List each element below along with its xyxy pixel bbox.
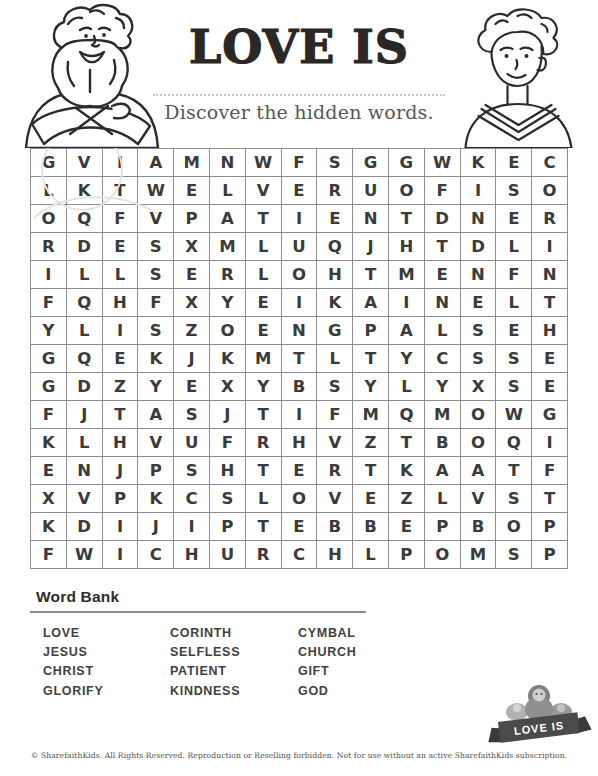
grid-cell[interactable]: R [246,429,281,456]
grid-cell[interactable]: E [389,513,424,540]
grid-cell[interactable]: Q [496,429,531,456]
grid-cell[interactable]: E [496,317,531,344]
grid-cell[interactable]: S [496,345,531,372]
grid-cell[interactable]: S [496,541,531,568]
word-bank-column: CYMBALCHURCHGIFTGOD [298,624,425,701]
grid-cell[interactable]: D [67,373,102,400]
grid-cell[interactable]: P [389,541,424,568]
grid-cell[interactable]: P [174,205,209,232]
grid-cell[interactable]: Y [389,345,424,372]
subtitle: Discover the hidden words. [0,101,598,123]
grid-cell[interactable]: M [389,261,424,288]
grid-cell[interactable]: H [174,541,209,568]
word-bank-item: GIFT [298,662,425,681]
grid-cell[interactable]: L [67,261,102,288]
grid-cell[interactable]: G [353,149,388,176]
grid-cell[interactable]: T [282,345,317,372]
grid-cell[interactable]: E [532,373,567,400]
grid-cell[interactable]: L [67,429,102,456]
grid-cell[interactable]: E [282,457,317,484]
grid-cell[interactable]: K [210,345,245,372]
grid-cell[interactable]: U [210,541,245,568]
grid-cell[interactable]: E [496,205,531,232]
grid-cell[interactable]: L [246,261,281,288]
grid-cell[interactable]: S [210,485,245,512]
grid-cell[interactable]: J [210,401,245,428]
grid-cell[interactable]: F [496,261,531,288]
grid-cell[interactable]: F [425,177,460,204]
grid-cell[interactable]: O [461,401,496,428]
word-bank-item: CHURCH [298,643,425,662]
grid-cell[interactable]: W [246,149,281,176]
grid-cell[interactable]: I [532,233,567,260]
grid-cell[interactable]: Z [353,429,388,456]
grid-cell[interactable]: S [138,261,173,288]
grid-cell[interactable]: T [425,233,460,260]
word-bank-columns: LOVEJESUSCHRISTGLORIFYCORINTHSELFLESSPAT… [43,624,425,701]
grid-cell[interactable]: F [282,149,317,176]
word-bank-item: JESUS [43,643,170,662]
grid-cell[interactable]: W [496,401,531,428]
grid-cell[interactable]: T [389,429,424,456]
grid-cell[interactable]: K [31,513,66,540]
grid-cell[interactable]: J [174,345,209,372]
grid-cell[interactable]: F [31,541,66,568]
grid-cell[interactable]: S [174,457,209,484]
grid-cell[interactable]: H [317,261,352,288]
grid-cell[interactable]: I [389,289,424,316]
word-bank-column: LOVEJESUSCHRISTGLORIFY [43,624,170,701]
grid-cell[interactable]: E [174,373,209,400]
grid-cell[interactable]: C [532,149,567,176]
grid-cell[interactable]: T [353,457,388,484]
grid-cell[interactable]: C [282,541,317,568]
grid-cell[interactable]: I [103,149,138,176]
grid-cell[interactable]: P [353,317,388,344]
grid-cell[interactable]: N [282,317,317,344]
grid-cell[interactable]: Y [425,373,460,400]
grid-cell[interactable]: O [496,513,531,540]
grid-cell[interactable]: V [246,177,281,204]
grid-cell[interactable]: Q [389,401,424,428]
grid-cell[interactable]: N [67,457,102,484]
grid-cell[interactable]: G [317,317,352,344]
grid-cell[interactable]: H [103,429,138,456]
grid-cell[interactable]: I [103,317,138,344]
grid-cell[interactable]: U [353,177,388,204]
grid-cell[interactable]: Z [174,317,209,344]
grid-cell[interactable]: F [317,401,352,428]
grid-cell[interactable]: O [389,177,424,204]
word-bank-column: CORINTHSELFLESSPATIENTKINDNESS [170,624,298,701]
grid-cell[interactable]: G [31,373,66,400]
grid-cell[interactable]: L [246,233,281,260]
grid-cell[interactable]: P [103,485,138,512]
grid-cell[interactable]: T [246,401,281,428]
grid-cell[interactable]: I [31,261,66,288]
grid-cell[interactable]: L [210,177,245,204]
grid-cell[interactable]: J [67,401,102,428]
grid-cell[interactable]: E [282,177,317,204]
grid-cell[interactable]: R [210,261,245,288]
grid-cell[interactable]: E [174,177,209,204]
grid-cell[interactable]: T [353,261,388,288]
grid-cell[interactable]: V [461,485,496,512]
grid-cell[interactable]: E [425,261,460,288]
grid-cell[interactable]: L [389,373,424,400]
grid-cell[interactable]: M [174,149,209,176]
word-bank-item: KINDNESS [170,682,298,701]
grid-cell[interactable]: I [103,541,138,568]
grid-cell[interactable]: B [282,373,317,400]
word-bank-item: LOVE [43,624,170,643]
grid-cell[interactable]: X [174,289,209,316]
grid-cell[interactable]: E [353,485,388,512]
word-search-grid: GVIAMNWFSGGWKECLKTWELVERUOFISOOQFVPATIEN… [30,148,568,569]
grid-cell[interactable]: T [246,205,281,232]
grid-cell[interactable]: S [317,373,352,400]
grid-cell[interactable]: L [246,485,281,512]
word-bank-item: CORINTH [170,624,298,643]
grid-cell[interactable]: Z [103,373,138,400]
word-bank-item: SELFLESS [170,643,298,662]
grid-cell[interactable]: T [246,513,281,540]
grid-cell[interactable]: L [31,177,66,204]
grid-cell[interactable]: S [496,177,531,204]
grid-cell[interactable]: R [532,205,567,232]
grid-cell[interactable]: I [461,177,496,204]
grid-cell[interactable]: T [246,457,281,484]
grid-cell[interactable]: N [353,205,388,232]
grid-cell[interactable]: P [532,541,567,568]
grid-cell[interactable]: I [282,289,317,316]
grid-cell[interactable]: C [138,541,173,568]
grid-cell[interactable]: M [246,345,281,372]
grid-cell[interactable]: V [317,485,352,512]
grid-cell[interactable]: B [317,513,352,540]
grid-cell[interactable]: F [532,457,567,484]
grid-cell[interactable]: S [496,373,531,400]
grid-cell[interactable]: F [31,401,66,428]
grid-cell[interactable]: T [532,289,567,316]
grid-cell[interactable]: L [425,485,460,512]
grid-cell[interactable]: K [138,345,173,372]
grid-cell[interactable]: T [496,457,531,484]
grid-cell[interactable]: A [210,205,245,232]
grid-cell[interactable]: H [317,541,352,568]
grid-cell[interactable]: I [282,205,317,232]
grid-cell[interactable]: F [210,429,245,456]
grid-cell[interactable]: L [496,233,531,260]
grid-cell[interactable]: Y [31,317,66,344]
word-bank-heading: Word Bank [36,588,119,606]
grid-cell[interactable]: N [210,149,245,176]
grid-cell[interactable]: O [425,541,460,568]
grid-cell[interactable]: H [282,429,317,456]
grid-cell[interactable]: A [389,317,424,344]
grid-cell[interactable]: E [103,233,138,260]
grid-cell[interactable]: B [461,513,496,540]
grid-cell[interactable]: G [389,149,424,176]
grid-cell[interactable]: R [317,177,352,204]
grid-cell[interactable]: P [532,513,567,540]
grid-cell[interactable]: Y [138,373,173,400]
grid-cell[interactable]: E [103,345,138,372]
grid-cell[interactable]: D [425,205,460,232]
grid-cell[interactable]: C [425,345,460,372]
grid-cell[interactable]: F [138,289,173,316]
grid-cell[interactable]: G [532,401,567,428]
grid-cell[interactable]: S [496,485,531,512]
grid-cell[interactable]: A [461,457,496,484]
grid-cell[interactable]: L [317,345,352,372]
grid-cell[interactable]: G [31,149,66,176]
grid-cell[interactable]: K [317,289,352,316]
grid-cell[interactable]: V [67,485,102,512]
grid-cell[interactable]: J [353,233,388,260]
grid-cell[interactable]: Q [67,289,102,316]
grid-cell[interactable]: H [103,289,138,316]
grid-cell[interactable]: T [532,485,567,512]
grid-cell[interactable]: E [246,317,281,344]
word-bank-divider [30,611,366,613]
grid-cell[interactable]: I [174,513,209,540]
grid-cell[interactable]: Q [67,205,102,232]
word-bank-item: CYMBAL [298,624,425,643]
grid-cell[interactable]: E [246,289,281,316]
grid-cell[interactable]: I [103,513,138,540]
grid-cell[interactable]: A [138,149,173,176]
grid-cell[interactable]: N [425,289,460,316]
grid-cell[interactable]: C [174,485,209,512]
grid-cell[interactable]: K [389,457,424,484]
grid-cell[interactable]: R [246,541,281,568]
grid-cell[interactable]: M [210,233,245,260]
grid-cell[interactable]: P [138,457,173,484]
grid-cell[interactable]: B [353,513,388,540]
grid-cell[interactable]: A [425,457,460,484]
grid-cell[interactable]: D [461,233,496,260]
grid-cell[interactable]: W [67,541,102,568]
grid-cell[interactable]: N [532,261,567,288]
grid-cell[interactable]: O [31,205,66,232]
grid-cell[interactable]: T [103,177,138,204]
grid-cell[interactable]: R [31,233,66,260]
grid-cell[interactable]: V [317,429,352,456]
grid-cell[interactable]: A [138,401,173,428]
grid-cell[interactable]: L [425,317,460,344]
grid-cell[interactable]: P [210,513,245,540]
grid-cell[interactable]: D [67,233,102,260]
grid-cell[interactable]: N [461,205,496,232]
grid-cell[interactable]: V [138,429,173,456]
grid-cell[interactable]: S [461,345,496,372]
grid-cell[interactable]: M [425,401,460,428]
grid-cell[interactable]: J [138,513,173,540]
grid-cell[interactable]: N [461,261,496,288]
grid-cell[interactable]: T [353,345,388,372]
grid-cell[interactable]: S [138,317,173,344]
grid-cell[interactable]: H [389,233,424,260]
grid-cell[interactable]: O [461,429,496,456]
word-bank-item: PATIENT [170,662,298,681]
grid-cell[interactable]: S [174,401,209,428]
grid-cell[interactable]: L [67,317,102,344]
grid-cell[interactable]: H [210,457,245,484]
grid-cell[interactable]: M [353,401,388,428]
grid-cell[interactable]: I [282,401,317,428]
grid-cell[interactable]: O [532,177,567,204]
grid-cell[interactable]: W [138,177,173,204]
worksheet-page: LOVE IS Discover the hidden words. GVIAM… [0,0,598,776]
grid-cell[interactable]: V [67,149,102,176]
grid-cell[interactable]: Y [246,373,281,400]
grid-cell[interactable]: J [103,457,138,484]
grid-cell[interactable]: E [317,205,352,232]
grid-cell[interactable]: K [67,177,102,204]
grid-cell[interactable]: E [282,513,317,540]
grid-cell[interactable]: X [174,233,209,260]
grid-cell[interactable]: E [496,149,531,176]
grid-cell[interactable]: W [425,149,460,176]
grid-cell[interactable]: D [67,513,102,540]
grid-cell[interactable]: L [496,289,531,316]
grid-cell[interactable]: S [138,233,173,260]
title-divider [153,94,445,96]
grid-cell[interactable]: Y [210,289,245,316]
grid-cell[interactable]: K [31,429,66,456]
grid-cell[interactable]: L [353,541,388,568]
word-bank-item: GOD [298,682,425,701]
grid-cell[interactable]: A [353,289,388,316]
grid-cell[interactable]: T [103,401,138,428]
grid-cell[interactable]: E [174,261,209,288]
grid-cell[interactable]: Y [353,373,388,400]
grid-cell[interactable]: U [174,429,209,456]
word-bank-item: CHRIST [43,662,170,681]
grid-cell[interactable]: P [425,513,460,540]
grid-cell[interactable]: E [461,289,496,316]
grid-cell[interactable]: E [31,457,66,484]
grid-cell[interactable]: X [210,373,245,400]
grid-cell[interactable]: V [138,205,173,232]
grid-cell[interactable]: E [532,345,567,372]
grid-cell[interactable]: O [282,261,317,288]
grid-cell[interactable]: F [103,205,138,232]
grid-cell[interactable]: Q [67,345,102,372]
grid-cell[interactable]: K [138,485,173,512]
grid-cell[interactable]: T [389,205,424,232]
grid-cell[interactable]: Z [389,485,424,512]
grid-cell[interactable]: Q [317,233,352,260]
grid-cell[interactable]: S [317,149,352,176]
grid-cell[interactable]: I [532,429,567,456]
grid-cell[interactable]: O [282,485,317,512]
grid-cell[interactable]: K [461,149,496,176]
grid-cell[interactable]: F [31,289,66,316]
page-title: LOVE IS [0,20,598,74]
grid-cell[interactable]: R [317,457,352,484]
grid-cell[interactable]: L [103,261,138,288]
grid-cell[interactable]: X [31,485,66,512]
grid-cell[interactable]: M [461,541,496,568]
sharefaith-kids-logo: LOVE IS [486,679,592,745]
word-bank-item: GLORIFY [43,682,170,701]
grid-cell[interactable]: G [31,345,66,372]
grid-cell[interactable]: O [210,317,245,344]
grid-cell[interactable]: B [425,429,460,456]
grid-cell[interactable]: X [461,373,496,400]
grid-cell[interactable]: U [282,233,317,260]
grid-cell[interactable]: H [532,317,567,344]
copyright-footer: © SharefaithKids. All Rights Reserved. R… [0,751,598,760]
grid-cell[interactable]: S [461,317,496,344]
